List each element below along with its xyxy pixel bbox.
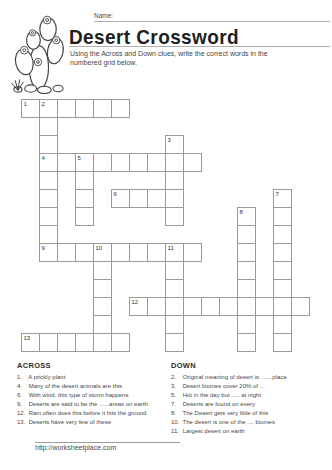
flower xyxy=(43,16,51,24)
crossword-cell[interactable] xyxy=(165,261,184,280)
clue-item-number: 8. xyxy=(171,409,181,418)
crossword-cell[interactable] xyxy=(165,153,184,172)
flower xyxy=(53,36,60,43)
crossword-cell[interactable]: 12 xyxy=(129,297,148,316)
crossword-cell[interactable] xyxy=(39,333,58,352)
clue-item-number: 9. xyxy=(17,400,27,409)
clue-item-number: 5. xyxy=(171,391,181,400)
clue-item-text: Largest desert on earth xyxy=(181,428,245,434)
clue-item: 12. Rain often does this before it hits … xyxy=(17,409,167,418)
clue-number: 2 xyxy=(42,101,45,108)
clue-item-number: 7. xyxy=(171,400,181,409)
across-clues: ACROSS 1. A prickly plant4. Many of the … xyxy=(17,361,167,427)
crossword-cell[interactable] xyxy=(39,171,58,190)
clue-item: 9. Deserts are said to be the ......area… xyxy=(17,400,167,409)
crossword-cell[interactable]: 13 xyxy=(21,333,40,352)
crossword-cell[interactable] xyxy=(147,297,166,316)
crossword-cell[interactable] xyxy=(147,189,166,208)
clue-number: 6 xyxy=(114,191,117,198)
clue-item: 7. Deserts are found on every xyxy=(171,400,329,409)
clue-number: 4 xyxy=(42,155,45,162)
clue-item-text: With wind, this type of storm happens xyxy=(27,392,128,398)
crossword-cell[interactable] xyxy=(183,153,202,172)
crossword-cell[interactable] xyxy=(165,171,184,190)
clue-number: 12 xyxy=(132,299,139,306)
footer-rule xyxy=(35,442,180,443)
clue-item-text: The Desert gets very little of this xyxy=(181,410,268,416)
crossword-cell[interactable] xyxy=(255,297,274,316)
clue-item-text: Rain often does this before it hits the … xyxy=(27,410,146,416)
across-heading: ACROSS xyxy=(17,361,167,370)
clue-item-number: 6. xyxy=(17,391,27,400)
clue-item-text: Deserts have very few of these xyxy=(27,419,111,425)
clue-number: 5 xyxy=(78,155,81,162)
crossword-cell[interactable] xyxy=(165,333,184,352)
crossword-cell[interactable] xyxy=(273,279,292,298)
crossword-cell[interactable] xyxy=(183,297,202,316)
flower xyxy=(29,30,35,36)
clue-item-text: Deserts are said to be the ......areas o… xyxy=(27,401,148,407)
crossword-cell[interactable] xyxy=(237,315,256,334)
clue-item: 13. Deserts have very few of these xyxy=(17,418,167,427)
clue-item-text: Deserts are found on every xyxy=(181,401,255,407)
clue-item-number: 3. xyxy=(171,382,181,391)
crossword-cell[interactable] xyxy=(93,315,112,334)
footer-url[interactable]: http://worksheetplace.com xyxy=(35,444,116,451)
clue-item: 4. Many of the desert animals are this xyxy=(17,382,167,391)
cactus-illustration xyxy=(6,10,70,94)
crossword-cell[interactable] xyxy=(75,99,94,118)
clue-item-number: 1. xyxy=(17,373,27,382)
crossword-cell[interactable] xyxy=(93,333,112,352)
crossword-cell[interactable] xyxy=(201,297,220,316)
title-rule xyxy=(69,46,330,47)
clue-item: 5. Hot in the day but ..... at night xyxy=(171,391,329,400)
crossword-cell[interactable]: 3 xyxy=(165,135,184,154)
crossword-cell[interactable] xyxy=(93,297,112,316)
crossword-cell[interactable] xyxy=(237,225,256,244)
crossword-cell[interactable]: 4 xyxy=(39,153,58,172)
down-clues: DOWN 2. Original meaning of desert is ..… xyxy=(171,361,329,436)
clue-item-number: 11. xyxy=(171,427,181,436)
crossword-cell[interactable] xyxy=(165,207,184,226)
clue-item: 1. A prickly plant xyxy=(17,373,167,382)
clue-number: 13 xyxy=(24,335,31,342)
clue-number: 8 xyxy=(240,209,243,216)
crossword-cell[interactable]: 11 xyxy=(165,243,184,262)
crossword-cell[interactable] xyxy=(75,207,94,226)
crossword-cell[interactable] xyxy=(183,243,202,262)
clue-item: 10. The desert is one of the .... biomes xyxy=(171,418,329,427)
clue-number: 9 xyxy=(42,245,45,252)
crossword-cell[interactable] xyxy=(111,153,130,172)
crossword-cell[interactable] xyxy=(273,333,292,352)
crossword-cell[interactable] xyxy=(273,225,292,244)
clue-item: 8. The Desert gets very little of this xyxy=(171,409,329,418)
clue-item-text: A prickly plant xyxy=(27,374,65,380)
crossword-cell[interactable] xyxy=(93,261,112,280)
clue-item: 2. Original meaning of desert is .......… xyxy=(171,373,329,382)
crossword-cell[interactable] xyxy=(147,243,166,262)
crossword-cell[interactable] xyxy=(129,243,148,262)
crossword-cell[interactable]: 6 xyxy=(111,189,130,208)
crossword-cell[interactable] xyxy=(57,153,76,172)
crossword-cell[interactable] xyxy=(111,243,130,262)
down-clue-list: 2. Original meaning of desert is .......… xyxy=(171,373,329,436)
crossword-cell[interactable] xyxy=(129,189,148,208)
crossword-cell[interactable] xyxy=(39,225,58,244)
crossword-cell[interactable] xyxy=(39,207,58,226)
flower xyxy=(34,58,41,65)
clue-item: 6. With wind, this type of storm happens xyxy=(17,391,167,400)
crossword-cell[interactable] xyxy=(165,189,184,208)
crossword-cell[interactable] xyxy=(273,243,292,262)
crossword-cell[interactable] xyxy=(75,171,94,190)
crossword-cell[interactable] xyxy=(273,261,292,280)
crossword-cell[interactable] xyxy=(75,333,94,352)
clue-number: 3 xyxy=(168,137,171,144)
name-write-line[interactable] xyxy=(94,21,330,22)
crossword-cell[interactable]: 1 xyxy=(21,99,40,118)
crossword-cell[interactable] xyxy=(39,189,58,208)
clue-item-number: 2. xyxy=(171,373,181,382)
down-heading: DOWN xyxy=(171,361,329,370)
clue-item-text: The desert is one of the .... biomes xyxy=(181,419,275,425)
flower xyxy=(20,46,28,54)
crossword-cell[interactable] xyxy=(237,261,256,280)
crossword-cell[interactable]: 9 xyxy=(39,243,58,262)
crossword-cell[interactable] xyxy=(165,279,184,298)
crossword-cell[interactable] xyxy=(39,135,58,154)
crossword-cell[interactable] xyxy=(75,243,94,262)
clue-number: 1 xyxy=(24,101,27,108)
crossword-cell[interactable] xyxy=(93,279,112,298)
clue-item: 3. Desert biomes cover 20% of ... xyxy=(171,382,329,391)
crossword-cell[interactable] xyxy=(219,297,238,316)
clue-item-number: 12. xyxy=(17,409,27,418)
crossword-cell[interactable] xyxy=(57,99,76,118)
across-clue-list: 1. A prickly plant4. Many of the desert … xyxy=(17,373,167,427)
crossword-cell[interactable] xyxy=(57,243,76,262)
crossword-cell[interactable] xyxy=(147,153,166,172)
crossword-cell[interactable]: 10 xyxy=(93,243,112,262)
crossword-cell[interactable] xyxy=(273,207,292,226)
instructions: Using the Across and Down clues, write t… xyxy=(70,50,322,67)
crossword-cell[interactable] xyxy=(111,333,130,352)
page-root: Name: Desert Crossword Using the Across … xyxy=(0,0,332,470)
crossword-cell[interactable]: 8 xyxy=(237,207,256,226)
crossword-cell[interactable] xyxy=(237,333,256,352)
crossword-cell[interactable] xyxy=(165,297,184,316)
name-label: Name: xyxy=(94,12,113,19)
clue-item: 11. Largest desert on earth xyxy=(171,427,329,436)
clue-item-text: Desert biomes cover 20% of ... xyxy=(181,383,265,389)
clue-item-number: 10. xyxy=(171,418,181,427)
clue-item-number: 4. xyxy=(17,382,27,391)
crossword-cell[interactable] xyxy=(75,189,94,208)
clue-number: 10 xyxy=(96,245,103,252)
crossword-cell[interactable] xyxy=(111,99,130,118)
crossword-grid: 12345678910111213 xyxy=(21,99,330,352)
crossword-cell[interactable] xyxy=(165,315,184,334)
clue-item-text: Hot in the day but ..... at night xyxy=(181,392,261,398)
clue-item-text: Many of the desert animals are this xyxy=(27,383,122,389)
crossword-cell[interactable]: 5 xyxy=(75,153,94,172)
crossword-cell[interactable] xyxy=(273,297,292,316)
crossword-cell[interactable] xyxy=(237,297,256,316)
crossword-cell[interactable] xyxy=(237,279,256,298)
crossword-cell[interactable] xyxy=(273,315,292,334)
crossword-cell[interactable]: 7 xyxy=(273,189,292,208)
clue-number: 7 xyxy=(276,191,279,198)
crossword-cell[interactable] xyxy=(237,243,256,262)
clue-item-number: 13. xyxy=(17,418,27,427)
crossword-cell[interactable]: 2 xyxy=(39,99,58,118)
crossword-cell[interactable] xyxy=(57,333,76,352)
crossword-cell[interactable] xyxy=(291,297,310,316)
crossword-cell[interactable] xyxy=(93,99,112,118)
crossword-cell[interactable] xyxy=(129,153,148,172)
clue-item-text: Original meaning of desert is .......pla… xyxy=(181,374,287,380)
clue-number: 11 xyxy=(168,245,174,252)
crossword-cell[interactable] xyxy=(93,153,112,172)
crossword-cell[interactable] xyxy=(39,117,58,136)
